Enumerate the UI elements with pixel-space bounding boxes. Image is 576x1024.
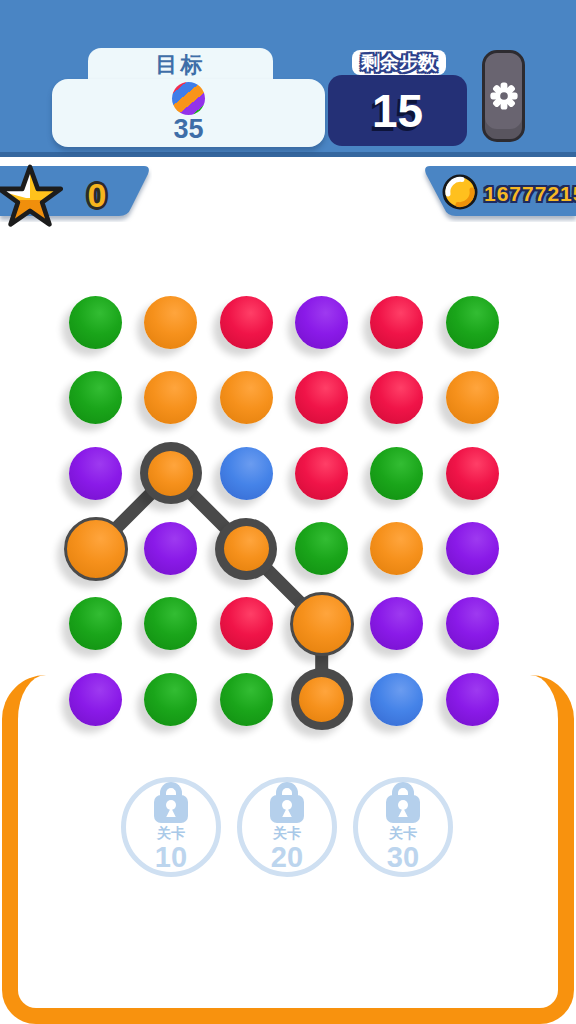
level-badge-20[interactable]: 关卡 20 [237, 777, 337, 877]
level-label: 关卡 [389, 825, 417, 841]
dot-purple-r3c1[interactable] [58, 436, 133, 511]
star-icon [0, 163, 63, 233]
dot-purple-r4c2[interactable] [133, 511, 208, 586]
lock-icon [154, 782, 188, 823]
steps-value: 15 [372, 84, 423, 138]
dot-orange-r1c2[interactable] [133, 285, 208, 360]
dot-red-r1c3[interactable] [209, 285, 284, 360]
level-number: 10 [155, 842, 187, 872]
dot-red-r5c3[interactable] [209, 586, 284, 661]
level-number: 30 [387, 842, 419, 872]
dot-red-r1c5[interactable] [359, 285, 434, 360]
steps-label: 剩余步数 [361, 50, 437, 76]
dot-purple-r5c6[interactable] [435, 586, 510, 661]
dot-orange-r2c6[interactable] [435, 360, 510, 435]
goal-tab: 目标 [88, 48, 273, 82]
dot-green-r1c6[interactable] [435, 285, 510, 360]
dot-orange-r2c3[interactable] [209, 360, 284, 435]
top-bar: 目标 35 剩余步数 15 [0, 0, 576, 157]
level-number: 20 [271, 842, 303, 872]
dot-blue-r3c3[interactable] [209, 436, 284, 511]
dot-red-r3c4[interactable] [284, 436, 359, 511]
level-label: 关卡 [157, 825, 185, 841]
goal-label: 目标 [156, 50, 206, 80]
selection-ring [140, 442, 202, 504]
dot-red-r3c6[interactable] [435, 436, 510, 511]
selection-ring [215, 518, 277, 580]
lock-icon [270, 782, 304, 823]
lock-icon [386, 782, 420, 823]
dot-green-r5c2[interactable] [133, 586, 208, 661]
coin-count: 16777215 [484, 182, 574, 206]
rainbow-ball-icon [172, 82, 205, 115]
dot-green-r5c1[interactable] [58, 586, 133, 661]
level-badge-30[interactable]: 关卡 30 [353, 777, 453, 877]
dot-orange-r3c2[interactable] [133, 436, 208, 511]
dot-green-r4c4[interactable] [284, 511, 359, 586]
dot-green-r2c1[interactable] [58, 360, 133, 435]
gear-icon [487, 79, 521, 113]
star-count: 0 [72, 176, 122, 215]
dot-orange-r5c4[interactable] [284, 586, 359, 661]
steps-counter: 15 [328, 75, 467, 146]
board [58, 285, 510, 737]
dot-orange-r4c1[interactable] [58, 511, 133, 586]
dot-purple-r4c6[interactable] [435, 511, 510, 586]
dot-red-r2c4[interactable] [284, 360, 359, 435]
dot-red-r2c5[interactable] [359, 360, 434, 435]
dot-purple-r5c5[interactable] [359, 586, 434, 661]
level-badge-10[interactable]: 关卡 10 [121, 777, 221, 877]
dot-green-r3c5[interactable] [359, 436, 434, 511]
goal-panel: 35 [52, 79, 325, 147]
steps-label-tab: 剩余步数 [352, 50, 446, 75]
level-label: 关卡 [273, 825, 301, 841]
dot-orange-r4c5[interactable] [359, 511, 434, 586]
dot-green-r1c1[interactable] [58, 285, 133, 360]
dot-orange-r2c2[interactable] [133, 360, 208, 435]
coin-icon [441, 173, 479, 211]
settings-button[interactable] [482, 50, 525, 142]
dot-purple-r1c4[interactable] [284, 285, 359, 360]
dot-orange-r4c3[interactable] [209, 511, 284, 586]
goal-value: 35 [173, 115, 203, 145]
